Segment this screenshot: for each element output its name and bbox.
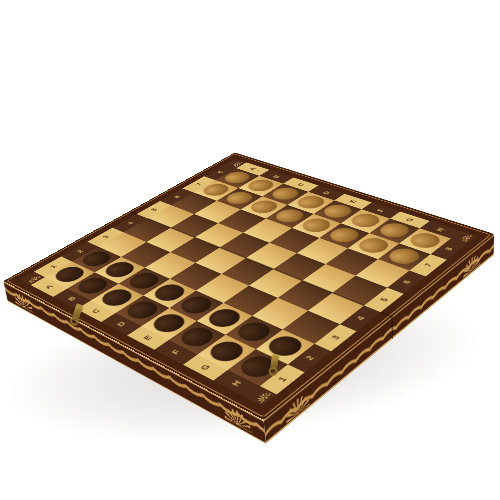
scene: AA11BB22CC33DD44EE55FF66GG77HH88 ♜♟♞♟♝♟♛… xyxy=(0,0,500,500)
scene-tilt: AA11BB22CC33DD44EE55FF66GG77HH88 ♜♟♞♟♝♟♛… xyxy=(0,0,500,500)
pawn-glyph: ♟ xyxy=(383,212,425,259)
chess-set-photo: AA11BB22CC33DD44EE55FF66GG77HH88 ♜♟♞♟♝♟♛… xyxy=(0,0,500,500)
chess-board: AA11BB22CC33DD44EE55FF66GG77HH88 ♜♟♞♟♝♟♛… xyxy=(3,153,494,420)
fold-seam-side xyxy=(391,316,393,339)
rook-glyph: ♜ xyxy=(226,300,290,371)
